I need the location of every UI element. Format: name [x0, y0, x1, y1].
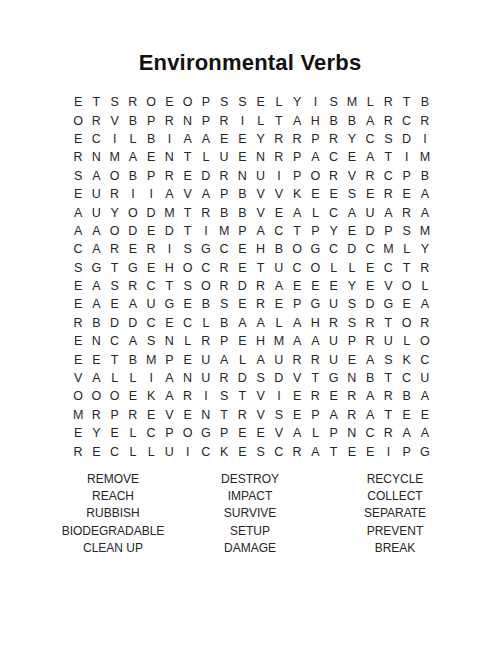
grid-cell[interactable]: C [416, 350, 434, 368]
grid-cell[interactable]: E [124, 240, 142, 258]
grid-cell[interactable]: R [270, 148, 288, 166]
grid-cell[interactable]: E [142, 222, 160, 240]
grid-cell[interactable]: E [398, 185, 416, 203]
grid-cell[interactable]: P [288, 148, 306, 166]
grid-cell[interactable]: E [325, 387, 343, 405]
grid-cell[interactable]: A [379, 203, 397, 221]
grid-cell[interactable]: R [343, 406, 361, 424]
grid-cell[interactable]: T [179, 222, 197, 240]
grid-cell[interactable]: L [142, 442, 160, 460]
grid-cell[interactable]: E [69, 185, 87, 203]
grid-cell[interactable]: E [215, 130, 233, 148]
grid-cell[interactable]: T [233, 387, 251, 405]
grid-cell[interactable]: O [398, 277, 416, 295]
grid-cell[interactable]: E [233, 424, 251, 442]
grid-cell[interactable]: U [416, 369, 434, 387]
grid-cell[interactable]: H [160, 259, 178, 277]
grid-cell[interactable]: I [233, 111, 251, 129]
grid-cell[interactable]: O [306, 259, 324, 277]
grid-cell[interactable]: A [416, 185, 434, 203]
grid-cell[interactable]: E [361, 185, 379, 203]
grid-cell[interactable]: R [416, 111, 434, 129]
grid-cell[interactable]: S [325, 93, 343, 111]
grid-cell[interactable]: Y [87, 424, 105, 442]
grid-cell[interactable]: B [233, 203, 251, 221]
grid-cell[interactable]: R [215, 111, 233, 129]
grid-cell[interactable]: E [160, 314, 178, 332]
grid-cell[interactable]: S [215, 295, 233, 313]
grid-cell[interactable]: U [270, 259, 288, 277]
grid-cell[interactable]: R [398, 203, 416, 221]
grid-cell[interactable]: O [179, 259, 197, 277]
grid-cell[interactable]: N [160, 148, 178, 166]
grid-cell[interactable]: O [69, 111, 87, 129]
grid-cell[interactable]: Y [343, 277, 361, 295]
grid-cell[interactable]: R [69, 148, 87, 166]
grid-cell[interactable]: I [416, 130, 434, 148]
grid-cell[interactable]: P [160, 350, 178, 368]
grid-cell[interactable]: E [87, 350, 105, 368]
grid-cell[interactable]: R [124, 93, 142, 111]
grid-cell[interactable]: A [416, 203, 434, 221]
grid-cell[interactable]: T [379, 314, 397, 332]
grid-cell[interactable]: A [361, 350, 379, 368]
grid-cell[interactable]: R [160, 111, 178, 129]
grid-cell[interactable]: E [343, 350, 361, 368]
grid-cell[interactable]: S [270, 406, 288, 424]
grid-cell[interactable]: N [87, 332, 105, 350]
grid-cell[interactable]: L [124, 424, 142, 442]
grid-cell[interactable]: N [179, 111, 197, 129]
grid-cell[interactable]: E [106, 295, 124, 313]
grid-cell[interactable]: A [306, 148, 324, 166]
grid-cell[interactable]: A [361, 111, 379, 129]
grid-cell[interactable]: R [416, 259, 434, 277]
grid-cell[interactable]: A [416, 295, 434, 313]
grid-cell[interactable]: L [270, 93, 288, 111]
grid-cell[interactable]: I [179, 442, 197, 460]
grid-cell[interactable]: K [398, 350, 416, 368]
grid-cell[interactable]: E [288, 387, 306, 405]
grid-cell[interactable]: T [379, 406, 397, 424]
grid-cell[interactable]: V [252, 387, 270, 405]
grid-cell[interactable]: G [124, 259, 142, 277]
grid-cell[interactable]: R [379, 424, 397, 442]
grid-cell[interactable]: E [288, 277, 306, 295]
grid-cell[interactable]: E [179, 350, 197, 368]
grid-cell[interactable]: B [124, 111, 142, 129]
grid-cell[interactable]: B [124, 350, 142, 368]
grid-cell[interactable]: S [233, 93, 251, 111]
grid-cell[interactable]: I [160, 240, 178, 258]
grid-cell[interactable]: A [87, 167, 105, 185]
grid-cell[interactable]: R [87, 406, 105, 424]
grid-cell[interactable]: V [288, 369, 306, 387]
grid-cell[interactable]: O [416, 332, 434, 350]
grid-cell[interactable]: A [87, 240, 105, 258]
grid-cell[interactable]: U [87, 203, 105, 221]
grid-cell[interactable]: P [142, 167, 160, 185]
grid-cell[interactable]: R [215, 167, 233, 185]
grid-cell[interactable]: M [160, 203, 178, 221]
grid-cell[interactable]: D [361, 295, 379, 313]
grid-cell[interactable]: V [270, 185, 288, 203]
grid-cell[interactable]: P [233, 222, 251, 240]
grid-cell[interactable]: R [124, 406, 142, 424]
grid-cell[interactable]: T [398, 259, 416, 277]
grid-cell[interactable]: E [270, 203, 288, 221]
grid-cell[interactable]: C [215, 240, 233, 258]
grid-cell[interactable]: E [343, 442, 361, 460]
grid-cell[interactable]: N [87, 148, 105, 166]
grid-cell[interactable]: A [306, 332, 324, 350]
grid-cell[interactable]: T [160, 277, 178, 295]
grid-cell[interactable]: B [124, 167, 142, 185]
grid-cell[interactable]: U [379, 332, 397, 350]
grid-cell[interactable]: L [179, 332, 197, 350]
grid-cell[interactable]: S [215, 387, 233, 405]
grid-cell[interactable]: H [306, 314, 324, 332]
grid-cell[interactable]: A [215, 350, 233, 368]
grid-cell[interactable]: L [124, 130, 142, 148]
grid-cell[interactable]: P [398, 442, 416, 460]
grid-cell[interactable]: R [124, 277, 142, 295]
grid-cell[interactable]: A [87, 277, 105, 295]
grid-cell[interactable]: P [288, 167, 306, 185]
grid-cell[interactable]: O [124, 203, 142, 221]
grid-cell[interactable]: I [270, 167, 288, 185]
grid-cell[interactable]: E [179, 406, 197, 424]
grid-cell[interactable]: R [106, 240, 124, 258]
grid-cell[interactable]: L [416, 277, 434, 295]
grid-cell[interactable]: A [288, 424, 306, 442]
grid-cell[interactable]: D [160, 222, 178, 240]
grid-cell[interactable]: U [361, 203, 379, 221]
grid-cell[interactable]: L [252, 111, 270, 129]
grid-cell[interactable]: R [379, 185, 397, 203]
grid-cell[interactable]: B [87, 314, 105, 332]
grid-cell[interactable]: R [361, 332, 379, 350]
grid-cell[interactable]: L [306, 203, 324, 221]
grid-cell[interactable]: A [288, 314, 306, 332]
grid-cell[interactable]: S [343, 314, 361, 332]
grid-cell[interactable]: L [124, 369, 142, 387]
grid-cell[interactable]: E [69, 350, 87, 368]
grid-cell[interactable]: E [69, 93, 87, 111]
grid-cell[interactable]: R [379, 111, 397, 129]
grid-cell[interactable]: R [252, 295, 270, 313]
grid-cell[interactable]: V [106, 111, 124, 129]
grid-cell[interactable]: T [215, 406, 233, 424]
grid-cell[interactable]: C [379, 259, 397, 277]
grid-cell[interactable]: R [215, 369, 233, 387]
grid-cell[interactable]: A [197, 185, 215, 203]
grid-cell[interactable]: T [106, 259, 124, 277]
grid-cell[interactable]: R [87, 111, 105, 129]
grid-cell[interactable]: A [252, 222, 270, 240]
grid-cell[interactable]: P [106, 406, 124, 424]
grid-cell[interactable]: G [87, 259, 105, 277]
grid-cell[interactable]: Y [325, 222, 343, 240]
grid-cell[interactable]: N [160, 332, 178, 350]
grid-cell[interactable]: E [270, 295, 288, 313]
grid-cell[interactable]: E [361, 442, 379, 460]
grid-cell[interactable]: I [197, 222, 215, 240]
grid-cell[interactable]: U [142, 295, 160, 313]
grid-cell[interactable]: C [325, 148, 343, 166]
grid-cell[interactable]: U [325, 332, 343, 350]
grid-cell[interactable]: D [142, 203, 160, 221]
grid-cell[interactable]: E [233, 148, 251, 166]
grid-cell[interactable]: E [361, 259, 379, 277]
grid-cell[interactable]: A [252, 350, 270, 368]
grid-cell[interactable]: E [124, 387, 142, 405]
grid-cell[interactable]: U [252, 167, 270, 185]
grid-cell[interactable]: C [142, 277, 160, 295]
grid-cell[interactable]: O [142, 93, 160, 111]
grid-cell[interactable]: V [343, 167, 361, 185]
grid-cell[interactable]: L [398, 332, 416, 350]
grid-cell[interactable]: E [69, 130, 87, 148]
grid-cell[interactable]: A [252, 314, 270, 332]
grid-cell[interactable]: R [179, 387, 197, 405]
grid-cell[interactable]: E [142, 148, 160, 166]
grid-cell[interactable]: S [343, 295, 361, 313]
grid-cell[interactable]: G [325, 369, 343, 387]
grid-cell[interactable]: L [106, 369, 124, 387]
grid-cell[interactable]: I [306, 93, 324, 111]
grid-cell[interactable]: R [379, 93, 397, 111]
grid-cell[interactable]: K [142, 387, 160, 405]
grid-cell[interactable]: I [106, 130, 124, 148]
grid-cell[interactable]: P [160, 424, 178, 442]
grid-cell[interactable]: C [325, 240, 343, 258]
grid-cell[interactable]: U [87, 185, 105, 203]
grid-cell[interactable]: E [361, 277, 379, 295]
grid-cell[interactable]: D [197, 167, 215, 185]
grid-cell[interactable]: Y [288, 93, 306, 111]
grid-cell[interactable]: R [379, 387, 397, 405]
grid-cell[interactable]: C [361, 424, 379, 442]
grid-cell[interactable]: N [197, 406, 215, 424]
grid-cell[interactable]: R [233, 406, 251, 424]
grid-cell[interactable]: L [306, 424, 324, 442]
grid-cell[interactable]: R [252, 277, 270, 295]
grid-cell[interactable]: T [179, 148, 197, 166]
grid-cell[interactable]: A [124, 148, 142, 166]
grid-cell[interactable]: R [142, 240, 160, 258]
grid-cell[interactable]: B [270, 240, 288, 258]
grid-cell[interactable]: A [87, 295, 105, 313]
grid-cell[interactable]: C [142, 424, 160, 442]
grid-cell[interactable]: E [398, 406, 416, 424]
grid-cell[interactable]: A [416, 387, 434, 405]
grid-cell[interactable]: T [398, 93, 416, 111]
grid-cell[interactable]: P [197, 93, 215, 111]
grid-cell[interactable]: O [179, 424, 197, 442]
grid-cell[interactable]: I [142, 369, 160, 387]
grid-cell[interactable]: U [325, 295, 343, 313]
grid-cell[interactable]: P [306, 406, 324, 424]
grid-cell[interactable]: B [361, 369, 379, 387]
grid-cell[interactable]: C [361, 240, 379, 258]
grid-cell[interactable]: T [179, 203, 197, 221]
grid-cell[interactable]: I [379, 442, 397, 460]
grid-cell[interactable]: E [233, 130, 251, 148]
grid-cell[interactable]: O [106, 222, 124, 240]
grid-cell[interactable]: V [252, 185, 270, 203]
grid-cell[interactable]: L [398, 240, 416, 258]
grid-cell[interactable]: G [379, 295, 397, 313]
grid-cell[interactable]: A [288, 111, 306, 129]
grid-cell[interactable]: E [179, 167, 197, 185]
grid-cell[interactable]: N [252, 148, 270, 166]
grid-cell[interactable]: E [233, 442, 251, 460]
grid-cell[interactable]: A [416, 424, 434, 442]
grid-cell[interactable]: S [106, 277, 124, 295]
grid-cell[interactable]: E [306, 277, 324, 295]
grid-cell[interactable]: E [179, 295, 197, 313]
grid-cell[interactable]: R [361, 314, 379, 332]
grid-cell[interactable]: P [325, 424, 343, 442]
grid-cell[interactable]: T [270, 111, 288, 129]
grid-cell[interactable]: P [142, 111, 160, 129]
grid-cell[interactable]: R [306, 350, 324, 368]
grid-cell[interactable]: E [69, 295, 87, 313]
grid-cell[interactable]: T [106, 350, 124, 368]
grid-cell[interactable]: L [343, 259, 361, 277]
grid-cell[interactable]: L [361, 93, 379, 111]
grid-cell[interactable]: P [343, 332, 361, 350]
grid-cell[interactable]: U [270, 350, 288, 368]
grid-cell[interactable]: R [69, 442, 87, 460]
grid-cell[interactable]: E [343, 148, 361, 166]
grid-cell[interactable]: A [288, 203, 306, 221]
grid-cell[interactable]: V [252, 203, 270, 221]
grid-cell[interactable]: R [325, 130, 343, 148]
grid-cell[interactable]: C [106, 332, 124, 350]
grid-cell[interactable]: A [124, 295, 142, 313]
grid-cell[interactable]: D [124, 314, 142, 332]
grid-cell[interactable]: G [160, 295, 178, 313]
grid-cell[interactable]: S [69, 167, 87, 185]
grid-cell[interactable]: P [215, 332, 233, 350]
grid-cell[interactable]: R [325, 314, 343, 332]
grid-cell[interactable]: E [87, 442, 105, 460]
grid-cell[interactable]: E [233, 259, 251, 277]
grid-cell[interactable]: E [106, 424, 124, 442]
grid-cell[interactable]: L [197, 148, 215, 166]
grid-cell[interactable]: E [69, 424, 87, 442]
grid-cell[interactable]: S [142, 332, 160, 350]
grid-cell[interactable]: P [197, 111, 215, 129]
grid-cell[interactable]: B [215, 203, 233, 221]
grid-cell[interactable]: A [160, 387, 178, 405]
grid-cell[interactable]: E [325, 277, 343, 295]
grid-cell[interactable]: L [233, 350, 251, 368]
grid-cell[interactable]: A [361, 406, 379, 424]
grid-cell[interactable]: M [416, 148, 434, 166]
grid-cell[interactable]: R [215, 277, 233, 295]
grid-cell[interactable]: K [288, 185, 306, 203]
grid-cell[interactable]: C [69, 240, 87, 258]
grid-cell[interactable]: A [270, 277, 288, 295]
grid-cell[interactable]: O [106, 387, 124, 405]
grid-cell[interactable]: S [398, 222, 416, 240]
grid-cell[interactable]: B [197, 295, 215, 313]
grid-cell[interactable]: C [197, 442, 215, 460]
grid-cell[interactable]: D [106, 314, 124, 332]
grid-cell[interactable]: I [197, 387, 215, 405]
grid-cell[interactable]: I [142, 185, 160, 203]
grid-cell[interactable]: B [416, 167, 434, 185]
grid-cell[interactable]: I [124, 185, 142, 203]
grid-cell[interactable]: A [87, 222, 105, 240]
grid-cell[interactable]: A [398, 424, 416, 442]
grid-cell[interactable]: C [325, 203, 343, 221]
grid-cell[interactable]: S [69, 259, 87, 277]
grid-cell[interactable]: C [106, 442, 124, 460]
grid-cell[interactable]: B [215, 314, 233, 332]
grid-cell[interactable]: A [69, 203, 87, 221]
grid-cell[interactable]: P [398, 167, 416, 185]
grid-cell[interactable]: Y [343, 130, 361, 148]
grid-cell[interactable]: E [398, 295, 416, 313]
grid-cell[interactable]: S [252, 442, 270, 460]
grid-cell[interactable]: D [398, 130, 416, 148]
grid-cell[interactable]: L [124, 442, 142, 460]
grid-cell[interactable]: L [325, 259, 343, 277]
grid-cell[interactable]: I [160, 130, 178, 148]
grid-cell[interactable]: L [197, 314, 215, 332]
grid-cell[interactable]: D [124, 222, 142, 240]
grid-cell[interactable]: B [343, 111, 361, 129]
grid-cell[interactable]: P [215, 185, 233, 203]
grid-cell[interactable]: U [197, 369, 215, 387]
grid-cell[interactable]: U [325, 350, 343, 368]
grid-cell[interactable]: O [288, 240, 306, 258]
grid-cell[interactable]: E [233, 295, 251, 313]
grid-cell[interactable]: S [215, 93, 233, 111]
grid-cell[interactable]: S [379, 130, 397, 148]
grid-cell[interactable]: V [179, 185, 197, 203]
grid-cell[interactable]: R [361, 167, 379, 185]
grid-cell[interactable]: A [306, 442, 324, 460]
grid-cell[interactable]: G [416, 442, 434, 460]
grid-cell[interactable]: C [179, 314, 197, 332]
grid-cell[interactable]: N [343, 424, 361, 442]
grid-cell[interactable]: A [124, 332, 142, 350]
grid-cell[interactable]: Y [252, 130, 270, 148]
grid-cell[interactable]: M [215, 222, 233, 240]
grid-cell[interactable]: A [325, 406, 343, 424]
grid-cell[interactable]: S [106, 93, 124, 111]
grid-cell[interactable]: E [69, 332, 87, 350]
grid-cell[interactable]: R [106, 185, 124, 203]
grid-cell[interactable]: E [233, 240, 251, 258]
grid-cell[interactable]: C [270, 222, 288, 240]
grid-cell[interactable]: N [343, 369, 361, 387]
grid-cell[interactable]: T [379, 369, 397, 387]
grid-cell[interactable]: U [197, 350, 215, 368]
grid-cell[interactable]: E [325, 185, 343, 203]
grid-cell[interactable]: C [398, 369, 416, 387]
grid-cell[interactable]: H [252, 240, 270, 258]
grid-cell[interactable]: C [398, 111, 416, 129]
grid-cell[interactable]: L [270, 314, 288, 332]
grid-cell[interactable]: D [233, 369, 251, 387]
grid-cell[interactable]: A [233, 314, 251, 332]
